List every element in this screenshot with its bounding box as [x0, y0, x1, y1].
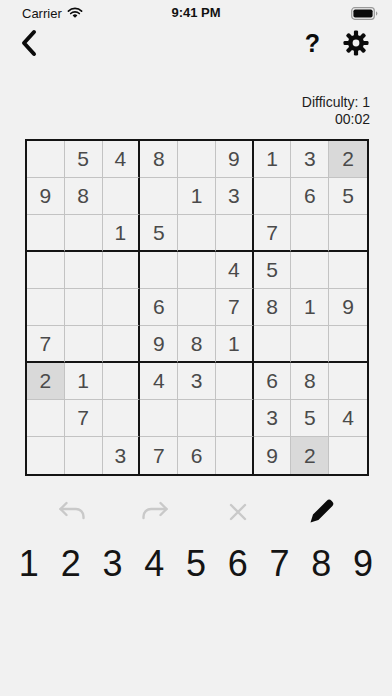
- cell-r6c6[interactable]: 1: [216, 326, 254, 363]
- cell-r9c3[interactable]: 3: [103, 437, 141, 474]
- cell-r2c2[interactable]: 8: [65, 178, 103, 215]
- numpad-1[interactable]: 1: [9, 540, 49, 588]
- cell-r7c4[interactable]: 4: [140, 363, 178, 400]
- numpad-5[interactable]: 5: [176, 540, 216, 588]
- cell-r2c1[interactable]: 9: [27, 178, 65, 215]
- pencil-icon: [306, 497, 336, 527]
- cell-r5c7[interactable]: 8: [254, 289, 292, 326]
- cell-r7c9[interactable]: [329, 363, 367, 400]
- cell-r4c7[interactable]: 5: [254, 252, 292, 289]
- cell-r9c8[interactable]: 2: [291, 437, 329, 474]
- timer-label: 00:02: [0, 111, 370, 128]
- cell-r7c6[interactable]: [216, 363, 254, 400]
- cell-r3c2[interactable]: [65, 215, 103, 252]
- cell-r7c3[interactable]: [103, 363, 141, 400]
- cell-r3c8[interactable]: [291, 215, 329, 252]
- pencil-button[interactable]: [299, 492, 343, 532]
- redo-icon: [140, 500, 170, 524]
- cell-r2c3[interactable]: [103, 178, 141, 215]
- cell-r7c8[interactable]: 8: [291, 363, 329, 400]
- cell-r9c7[interactable]: 9: [254, 437, 292, 474]
- cell-r4c6[interactable]: 4: [216, 252, 254, 289]
- cell-r3c9[interactable]: [329, 215, 367, 252]
- cell-r5c2[interactable]: [65, 289, 103, 326]
- cell-r2c7[interactable]: [254, 178, 292, 215]
- cell-r5c4[interactable]: 6: [140, 289, 178, 326]
- cell-r7c2[interactable]: 1: [65, 363, 103, 400]
- numpad-7[interactable]: 7: [259, 540, 299, 588]
- cell-r4c1[interactable]: [27, 252, 65, 289]
- cell-r8c3[interactable]: [103, 400, 141, 437]
- cell-r9c1[interactable]: [27, 437, 65, 474]
- battery-icon: [351, 7, 378, 20]
- sudoku-grid: 5489132981365157456781979812143687354376…: [25, 139, 369, 476]
- cell-r1c2[interactable]: 5: [65, 141, 103, 178]
- cell-r5c9[interactable]: 9: [329, 289, 367, 326]
- cell-r5c8[interactable]: 1: [291, 289, 329, 326]
- erase-button[interactable]: [216, 492, 260, 532]
- cell-r2c6[interactable]: 3: [216, 178, 254, 215]
- cell-r9c4[interactable]: 7: [140, 437, 178, 474]
- cell-r3c7[interactable]: 7: [254, 215, 292, 252]
- cell-r7c5[interactable]: 3: [178, 363, 216, 400]
- cell-r7c1[interactable]: 2: [27, 363, 65, 400]
- cell-r4c3[interactable]: [103, 252, 141, 289]
- cell-r8c7[interactable]: 3: [254, 400, 292, 437]
- cell-r1c3[interactable]: 4: [103, 141, 141, 178]
- x-icon: [227, 501, 249, 523]
- cell-r6c5[interactable]: 8: [178, 326, 216, 363]
- cell-r4c9[interactable]: [329, 252, 367, 289]
- cell-r6c4[interactable]: 9: [140, 326, 178, 363]
- cell-r1c1[interactable]: [27, 141, 65, 178]
- numpad-2[interactable]: 2: [51, 540, 91, 588]
- cell-r1c9[interactable]: 2: [329, 141, 367, 178]
- redo-button[interactable]: [133, 492, 177, 532]
- game-info: Difficulty: 1 00:02: [0, 94, 392, 128]
- numpad-6[interactable]: 6: [218, 540, 258, 588]
- cell-r5c6[interactable]: 7: [216, 289, 254, 326]
- cell-r5c5[interactable]: [178, 289, 216, 326]
- numpad: 123456789: [0, 540, 392, 588]
- cell-r6c3[interactable]: [103, 326, 141, 363]
- undo-button[interactable]: [50, 492, 94, 532]
- help-button[interactable]: ?: [301, 25, 324, 62]
- toolbar: [0, 492, 392, 532]
- cell-r6c8[interactable]: [291, 326, 329, 363]
- numpad-9[interactable]: 9: [343, 540, 383, 588]
- cell-r2c8[interactable]: 6: [291, 178, 329, 215]
- cell-r9c5[interactable]: 6: [178, 437, 216, 474]
- cell-r5c1[interactable]: [27, 289, 65, 326]
- cell-r2c9[interactable]: 5: [329, 178, 367, 215]
- cell-r3c1[interactable]: [27, 215, 65, 252]
- cell-r4c4[interactable]: [140, 252, 178, 289]
- cell-r4c5[interactable]: [178, 252, 216, 289]
- chevron-left-icon: [20, 29, 37, 57]
- cell-r6c2[interactable]: [65, 326, 103, 363]
- cell-r8c8[interactable]: 5: [291, 400, 329, 437]
- difficulty-label: Difficulty: 1: [0, 94, 370, 111]
- gear-icon: [342, 29, 370, 57]
- cell-r6c9[interactable]: [329, 326, 367, 363]
- numpad-3[interactable]: 3: [92, 540, 132, 588]
- settings-button[interactable]: [338, 25, 374, 61]
- cell-r4c8[interactable]: [291, 252, 329, 289]
- cell-r4c2[interactable]: [65, 252, 103, 289]
- cell-r3c3[interactable]: 1: [103, 215, 141, 252]
- cell-r1c4[interactable]: 8: [140, 141, 178, 178]
- cell-r8c6[interactable]: [216, 400, 254, 437]
- cell-r1c6[interactable]: 9: [216, 141, 254, 178]
- cell-r9c2[interactable]: [65, 437, 103, 474]
- cell-r6c1[interactable]: 7: [27, 326, 65, 363]
- question-mark-icon: ?: [305, 29, 320, 58]
- clock: 9:41 PM: [171, 5, 220, 20]
- cell-r9c9[interactable]: [329, 437, 367, 474]
- cell-r2c5[interactable]: 1: [178, 178, 216, 215]
- cell-r3c6[interactable]: [216, 215, 254, 252]
- cell-r8c5[interactable]: [178, 400, 216, 437]
- status-bar: Carrier 9:41 PM: [0, 0, 392, 22]
- cell-r1c8[interactable]: 3: [291, 141, 329, 178]
- cell-r7c7[interactable]: 6: [254, 363, 292, 400]
- nav-bar: ?: [0, 22, 392, 64]
- cell-r6c7[interactable]: [254, 326, 292, 363]
- cell-r1c5[interactable]: [178, 141, 216, 178]
- wifi-icon: [67, 7, 83, 19]
- cell-r3c5[interactable]: [178, 215, 216, 252]
- cell-r1c7[interactable]: 1: [254, 141, 292, 178]
- cell-r8c9[interactable]: 4: [329, 400, 367, 437]
- cell-r8c1[interactable]: [27, 400, 65, 437]
- numpad-8[interactable]: 8: [301, 540, 341, 588]
- carrier-label: Carrier: [22, 6, 62, 21]
- cell-r5c3[interactable]: [103, 289, 141, 326]
- back-button[interactable]: [16, 25, 41, 61]
- cell-r8c2[interactable]: 7: [65, 400, 103, 437]
- undo-icon: [57, 500, 87, 524]
- cell-r3c4[interactable]: 5: [140, 215, 178, 252]
- cell-r8c4[interactable]: [140, 400, 178, 437]
- numpad-4[interactable]: 4: [134, 540, 174, 588]
- cell-r2c4[interactable]: [140, 178, 178, 215]
- cell-r9c6[interactable]: [216, 437, 254, 474]
